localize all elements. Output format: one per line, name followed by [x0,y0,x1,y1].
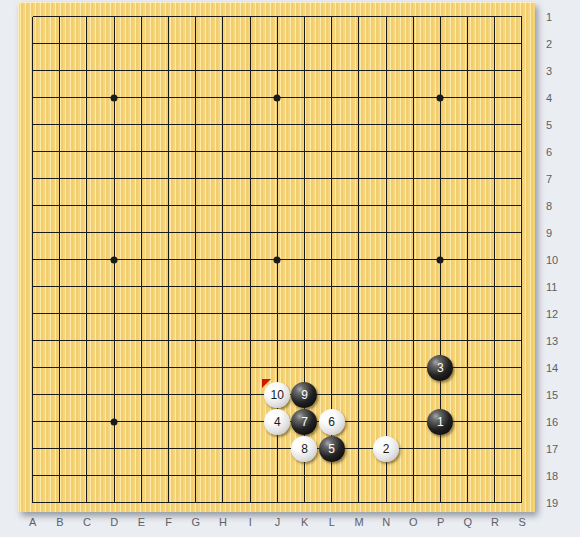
intersection-D7[interactable] [101,165,128,192]
intersection-D18[interactable] [101,462,128,489]
intersection-N7[interactable] [372,165,399,192]
intersection-H3[interactable] [209,57,236,84]
intersection-R7[interactable] [481,165,508,192]
intersection-N8[interactable] [372,192,399,219]
intersection-N10[interactable] [372,246,399,273]
intersection-A9[interactable] [19,219,46,246]
intersection-E18[interactable] [128,462,155,489]
intersection-F11[interactable] [155,273,182,300]
stone-white-K17[interactable]: 8 [291,436,317,462]
intersection-G11[interactable] [182,273,209,300]
intersection-D12[interactable] [101,300,128,327]
intersection-E12[interactable] [128,300,155,327]
intersection-H18[interactable] [209,462,236,489]
intersection-S6[interactable] [508,138,535,165]
intersection-M4[interactable] [345,84,372,111]
intersection-A13[interactable] [19,327,46,354]
intersection-C17[interactable] [73,435,100,462]
intersection-G13[interactable] [182,327,209,354]
intersection-H6[interactable] [209,138,236,165]
intersection-D15[interactable] [101,381,128,408]
stone-white-J16[interactable]: 4 [264,409,290,435]
intersection-N12[interactable] [372,300,399,327]
intersection-C10[interactable] [73,246,100,273]
intersection-E10[interactable] [128,246,155,273]
intersection-A3[interactable] [19,57,46,84]
intersection-A7[interactable] [19,165,46,192]
intersection-H13[interactable] [209,327,236,354]
intersection-I4[interactable] [237,84,264,111]
intersection-A16[interactable] [19,408,46,435]
intersection-K3[interactable] [291,57,318,84]
intersection-J12[interactable] [264,300,291,327]
intersection-P13[interactable] [427,327,454,354]
intersection-M6[interactable] [345,138,372,165]
intersection-I5[interactable] [237,111,264,138]
intersection-R8[interactable] [481,192,508,219]
intersection-D9[interactable] [101,219,128,246]
intersection-E7[interactable] [128,165,155,192]
intersection-R3[interactable] [481,57,508,84]
intersection-L19[interactable] [318,489,345,512]
intersection-E19[interactable] [128,489,155,512]
intersection-A10[interactable] [19,246,46,273]
intersection-N3[interactable] [372,57,399,84]
intersection-P10[interactable] [427,246,454,273]
intersection-F1[interactable] [155,3,182,30]
intersection-F10[interactable] [155,246,182,273]
intersection-M19[interactable] [345,489,372,512]
intersection-B6[interactable] [46,138,73,165]
intersection-J4[interactable] [264,84,291,111]
intersection-R16[interactable] [481,408,508,435]
intersection-H4[interactable] [209,84,236,111]
intersection-N1[interactable] [372,3,399,30]
intersection-C3[interactable] [73,57,100,84]
intersection-E1[interactable] [128,3,155,30]
intersection-C14[interactable] [73,354,100,381]
intersection-R6[interactable] [481,138,508,165]
intersection-S14[interactable] [508,354,535,381]
intersection-P19[interactable] [427,489,454,512]
intersection-P11[interactable] [427,273,454,300]
intersection-R17[interactable] [481,435,508,462]
intersection-B11[interactable] [46,273,73,300]
stone-white-L16[interactable]: 6 [319,409,345,435]
intersection-S16[interactable] [508,408,535,435]
intersection-R10[interactable] [481,246,508,273]
intersection-M14[interactable] [345,354,372,381]
intersection-J18[interactable] [264,462,291,489]
intersection-L6[interactable] [318,138,345,165]
intersection-Q14[interactable] [454,354,481,381]
intersection-J8[interactable] [264,192,291,219]
intersection-D11[interactable] [101,273,128,300]
intersection-A4[interactable] [19,84,46,111]
intersection-P17[interactable] [427,435,454,462]
intersection-G15[interactable] [182,381,209,408]
intersection-H16[interactable] [209,408,236,435]
intersection-C13[interactable] [73,327,100,354]
intersection-B1[interactable] [46,3,73,30]
intersection-S15[interactable] [508,381,535,408]
intersection-I2[interactable] [237,30,264,57]
intersection-J2[interactable] [264,30,291,57]
intersection-G16[interactable] [182,408,209,435]
intersection-D14[interactable] [101,354,128,381]
intersection-L14[interactable] [318,354,345,381]
intersection-I7[interactable] [237,165,264,192]
intersection-M5[interactable] [345,111,372,138]
intersection-A6[interactable] [19,138,46,165]
intersection-L3[interactable] [318,57,345,84]
intersection-B17[interactable] [46,435,73,462]
intersection-B8[interactable] [46,192,73,219]
intersection-G10[interactable] [182,246,209,273]
intersection-R14[interactable] [481,354,508,381]
intersection-R18[interactable] [481,462,508,489]
intersection-E6[interactable] [128,138,155,165]
intersection-C11[interactable] [73,273,100,300]
intersection-L7[interactable] [318,165,345,192]
intersection-K15[interactable]: 9 [291,381,318,408]
intersection-K6[interactable] [291,138,318,165]
intersection-F8[interactable] [155,192,182,219]
intersection-B14[interactable] [46,354,73,381]
intersection-H7[interactable] [209,165,236,192]
intersection-C8[interactable] [73,192,100,219]
stone-black-K15[interactable]: 9 [291,382,317,408]
intersection-H19[interactable] [209,489,236,512]
intersection-C6[interactable] [73,138,100,165]
intersection-M13[interactable] [345,327,372,354]
intersection-J3[interactable] [264,57,291,84]
intersection-F3[interactable] [155,57,182,84]
intersection-C5[interactable] [73,111,100,138]
intersection-Q16[interactable] [454,408,481,435]
intersection-L13[interactable] [318,327,345,354]
intersection-D2[interactable] [101,30,128,57]
intersection-I14[interactable] [237,354,264,381]
intersection-K17[interactable]: 8 [291,435,318,462]
intersection-F4[interactable] [155,84,182,111]
intersection-P16[interactable]: 1 [427,408,454,435]
intersection-N9[interactable] [372,219,399,246]
intersection-O9[interactable] [400,219,427,246]
intersection-I16[interactable] [237,408,264,435]
intersection-R15[interactable] [481,381,508,408]
intersection-Q10[interactable] [454,246,481,273]
intersection-I1[interactable] [237,3,264,30]
intersection-A19[interactable] [19,489,46,512]
intersection-S19[interactable] [508,489,535,512]
intersection-M18[interactable] [345,462,372,489]
intersection-F6[interactable] [155,138,182,165]
intersection-Q3[interactable] [454,57,481,84]
intersection-A2[interactable] [19,30,46,57]
intersection-C7[interactable] [73,165,100,192]
intersection-M12[interactable] [345,300,372,327]
intersection-I13[interactable] [237,327,264,354]
intersection-J15[interactable]: 10 [264,381,291,408]
intersection-L2[interactable] [318,30,345,57]
intersection-O14[interactable] [400,354,427,381]
intersection-K10[interactable] [291,246,318,273]
intersection-A8[interactable] [19,192,46,219]
intersection-Q15[interactable] [454,381,481,408]
intersection-J1[interactable] [264,3,291,30]
intersection-K8[interactable] [291,192,318,219]
intersection-O17[interactable] [400,435,427,462]
intersection-F17[interactable] [155,435,182,462]
intersection-D17[interactable] [101,435,128,462]
intersection-M10[interactable] [345,246,372,273]
intersection-M16[interactable] [345,408,372,435]
intersection-E15[interactable] [128,381,155,408]
intersection-G2[interactable] [182,30,209,57]
intersection-G1[interactable] [182,3,209,30]
intersection-N4[interactable] [372,84,399,111]
intersection-I18[interactable] [237,462,264,489]
intersection-H5[interactable] [209,111,236,138]
intersection-R2[interactable] [481,30,508,57]
intersection-L12[interactable] [318,300,345,327]
intersection-E8[interactable] [128,192,155,219]
intersection-B10[interactable] [46,246,73,273]
intersection-J6[interactable] [264,138,291,165]
intersection-K19[interactable] [291,489,318,512]
intersection-D13[interactable] [101,327,128,354]
intersection-R4[interactable] [481,84,508,111]
intersection-O13[interactable] [400,327,427,354]
intersection-O3[interactable] [400,57,427,84]
intersection-L15[interactable] [318,381,345,408]
intersection-G8[interactable] [182,192,209,219]
intersection-R12[interactable] [481,300,508,327]
intersection-G7[interactable] [182,165,209,192]
intersection-K14[interactable] [291,354,318,381]
intersection-H15[interactable] [209,381,236,408]
intersection-M15[interactable] [345,381,372,408]
intersection-F15[interactable] [155,381,182,408]
intersection-P15[interactable] [427,381,454,408]
intersection-Q8[interactable] [454,192,481,219]
intersection-R9[interactable] [481,219,508,246]
intersection-O10[interactable] [400,246,427,273]
intersection-S9[interactable] [508,219,535,246]
intersection-I9[interactable] [237,219,264,246]
intersection-N2[interactable] [372,30,399,57]
intersection-O8[interactable] [400,192,427,219]
intersection-Q2[interactable] [454,30,481,57]
intersection-O19[interactable] [400,489,427,512]
intersection-J7[interactable] [264,165,291,192]
intersection-A18[interactable] [19,462,46,489]
intersection-B4[interactable] [46,84,73,111]
intersection-G3[interactable] [182,57,209,84]
intersection-N19[interactable] [372,489,399,512]
intersection-O7[interactable] [400,165,427,192]
intersection-K1[interactable] [291,3,318,30]
intersection-B5[interactable] [46,111,73,138]
intersection-D8[interactable] [101,192,128,219]
intersection-K4[interactable] [291,84,318,111]
intersection-D3[interactable] [101,57,128,84]
intersection-H14[interactable] [209,354,236,381]
intersection-K16[interactable]: 7 [291,408,318,435]
intersection-H9[interactable] [209,219,236,246]
intersection-G5[interactable] [182,111,209,138]
intersection-N14[interactable] [372,354,399,381]
intersection-N6[interactable] [372,138,399,165]
intersection-B2[interactable] [46,30,73,57]
intersection-P2[interactable] [427,30,454,57]
intersection-E13[interactable] [128,327,155,354]
intersection-S17[interactable] [508,435,535,462]
intersection-A17[interactable] [19,435,46,462]
intersection-K18[interactable] [291,462,318,489]
intersection-E4[interactable] [128,84,155,111]
intersection-C18[interactable] [73,462,100,489]
intersection-S1[interactable] [508,3,535,30]
intersection-D19[interactable] [101,489,128,512]
intersection-Q13[interactable] [454,327,481,354]
intersection-K5[interactable] [291,111,318,138]
intersection-L8[interactable] [318,192,345,219]
intersection-M17[interactable] [345,435,372,462]
intersection-O4[interactable] [400,84,427,111]
intersection-B13[interactable] [46,327,73,354]
intersection-J16[interactable]: 4 [264,408,291,435]
intersection-K12[interactable] [291,300,318,327]
intersection-P7[interactable] [427,165,454,192]
intersection-K13[interactable] [291,327,318,354]
intersection-F16[interactable] [155,408,182,435]
intersection-P6[interactable] [427,138,454,165]
intersection-C2[interactable] [73,30,100,57]
intersection-Q12[interactable] [454,300,481,327]
intersection-I10[interactable] [237,246,264,273]
intersection-C12[interactable] [73,300,100,327]
intersection-F19[interactable] [155,489,182,512]
intersection-D16[interactable] [101,408,128,435]
intersection-N13[interactable] [372,327,399,354]
intersection-O1[interactable] [400,3,427,30]
intersection-L10[interactable] [318,246,345,273]
intersection-J9[interactable] [264,219,291,246]
intersection-J13[interactable] [264,327,291,354]
intersection-L18[interactable] [318,462,345,489]
intersection-S10[interactable] [508,246,535,273]
intersection-L1[interactable] [318,3,345,30]
intersection-G12[interactable] [182,300,209,327]
intersection-S2[interactable] [508,30,535,57]
intersection-B3[interactable] [46,57,73,84]
stone-white-J15[interactable]: 10 [264,382,290,408]
intersection-B16[interactable] [46,408,73,435]
intersection-B12[interactable] [46,300,73,327]
intersection-E2[interactable] [128,30,155,57]
intersection-Q19[interactable] [454,489,481,512]
intersection-D4[interactable] [101,84,128,111]
intersection-K2[interactable] [291,30,318,57]
intersection-H17[interactable] [209,435,236,462]
intersection-N16[interactable] [372,408,399,435]
intersection-H10[interactable] [209,246,236,273]
intersection-E9[interactable] [128,219,155,246]
intersection-C9[interactable] [73,219,100,246]
intersection-C4[interactable] [73,84,100,111]
intersection-F2[interactable] [155,30,182,57]
intersection-S7[interactable] [508,165,535,192]
intersection-R19[interactable] [481,489,508,512]
intersection-L11[interactable] [318,273,345,300]
intersection-S4[interactable] [508,84,535,111]
intersection-F18[interactable] [155,462,182,489]
intersection-A1[interactable] [19,3,46,30]
intersection-S13[interactable] [508,327,535,354]
intersection-E17[interactable] [128,435,155,462]
intersection-S12[interactable] [508,300,535,327]
stone-black-K16[interactable]: 7 [291,409,317,435]
intersection-N11[interactable] [372,273,399,300]
intersection-L16[interactable]: 6 [318,408,345,435]
intersection-H12[interactable] [209,300,236,327]
intersection-P3[interactable] [427,57,454,84]
intersection-B19[interactable] [46,489,73,512]
intersection-A14[interactable] [19,354,46,381]
intersection-H8[interactable] [209,192,236,219]
intersection-K7[interactable] [291,165,318,192]
intersection-O5[interactable] [400,111,427,138]
intersection-S8[interactable] [508,192,535,219]
intersection-G9[interactable] [182,219,209,246]
intersection-Q17[interactable] [454,435,481,462]
intersection-N18[interactable] [372,462,399,489]
intersection-N5[interactable] [372,111,399,138]
intersection-B15[interactable] [46,381,73,408]
intersection-P1[interactable] [427,3,454,30]
intersection-M2[interactable] [345,30,372,57]
intersection-H1[interactable] [209,3,236,30]
stone-white-N17[interactable]: 2 [373,436,399,462]
intersection-I8[interactable] [237,192,264,219]
intersection-J11[interactable] [264,273,291,300]
intersection-Q5[interactable] [454,111,481,138]
stone-black-L17[interactable]: 5 [319,436,345,462]
intersection-O2[interactable] [400,30,427,57]
intersection-O6[interactable] [400,138,427,165]
intersection-C16[interactable] [73,408,100,435]
intersection-E11[interactable] [128,273,155,300]
intersection-E5[interactable] [128,111,155,138]
intersection-B9[interactable] [46,219,73,246]
intersection-A5[interactable] [19,111,46,138]
intersection-Q11[interactable] [454,273,481,300]
intersection-L5[interactable] [318,111,345,138]
intersection-M9[interactable] [345,219,372,246]
intersection-S3[interactable] [508,57,535,84]
intersection-Q1[interactable] [454,3,481,30]
intersection-I12[interactable] [237,300,264,327]
intersection-P8[interactable] [427,192,454,219]
intersection-S5[interactable] [508,111,535,138]
intersection-E14[interactable] [128,354,155,381]
intersection-Q9[interactable] [454,219,481,246]
intersection-R11[interactable] [481,273,508,300]
intersection-D6[interactable] [101,138,128,165]
intersection-A12[interactable] [19,300,46,327]
